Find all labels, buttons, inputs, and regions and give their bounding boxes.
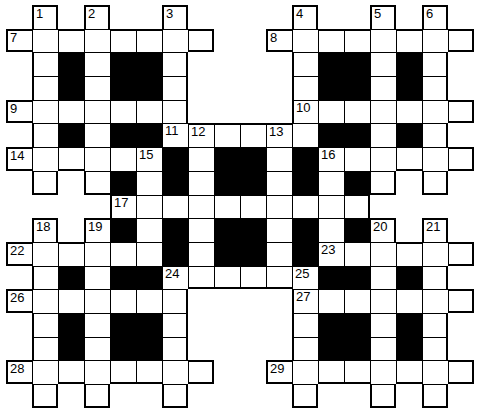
crossword-cell[interactable]: 8 (266, 29, 292, 53)
crossword-cell[interactable] (318, 171, 344, 195)
clue-number: 13 (269, 125, 283, 139)
crossword-cell[interactable] (32, 171, 58, 195)
block-cell (292, 242, 318, 266)
crossword-cell[interactable] (110, 242, 136, 266)
block-cell (240, 218, 266, 242)
crossword-cell[interactable] (188, 147, 214, 171)
crossword-cell[interactable] (58, 100, 84, 124)
block-cell (136, 266, 162, 290)
block-cell (396, 52, 422, 76)
crossword-cell[interactable] (84, 76, 110, 100)
crossword-cell[interactable] (32, 337, 58, 361)
block-cell (136, 76, 162, 100)
crossword-cell[interactable] (162, 384, 188, 408)
crossword-cell[interactable]: 6 (422, 5, 448, 29)
crossword-cell[interactable] (110, 147, 136, 171)
crossword-cell[interactable] (214, 195, 240, 219)
crossword-cell[interactable] (136, 218, 162, 242)
crossword-cell[interactable] (32, 384, 58, 408)
crossword-cell[interactable] (422, 29, 448, 53)
crossword-cell[interactable] (370, 29, 396, 53)
block-cell (344, 52, 370, 76)
crossword-cell[interactable] (32, 76, 58, 100)
crossword-cell[interactable] (136, 289, 162, 313)
crossword-cell[interactable]: 27 (292, 289, 318, 313)
crossword-cell[interactable] (84, 289, 110, 313)
crossword-cell[interactable] (84, 266, 110, 290)
crossword-cell[interactable] (344, 100, 370, 124)
crossword-cell[interactable] (422, 337, 448, 361)
crossword-cell[interactable] (266, 195, 292, 219)
clue-number: 2 (88, 7, 95, 21)
crossword-cell[interactable]: 22 (6, 242, 32, 266)
clue-number: 9 (10, 102, 17, 116)
crossword-cell[interactable] (84, 242, 110, 266)
crossword-cell[interactable] (266, 266, 292, 290)
crossword-cell[interactable] (396, 289, 422, 313)
crossword-cell[interactable] (162, 29, 188, 53)
crossword-cell[interactable] (84, 313, 110, 337)
crossword-cell[interactable] (292, 360, 318, 384)
crossword-cell[interactable] (448, 360, 474, 384)
crossword-cell[interactable] (422, 100, 448, 124)
clue-number: 8 (270, 31, 277, 45)
crossword-cell[interactable] (32, 360, 58, 384)
crossword-cell[interactable] (318, 100, 344, 124)
crossword-cell[interactable] (266, 147, 292, 171)
block-cell (344, 218, 370, 242)
crossword-cell[interactable] (188, 242, 214, 266)
block-cell (344, 123, 370, 147)
crossword-cell[interactable] (214, 266, 240, 290)
crossword-cell[interactable]: 1 (32, 5, 58, 29)
crossword-cell[interactable] (396, 29, 422, 53)
clue-number: 19 (88, 220, 102, 234)
block-cell (110, 171, 136, 195)
clue-number: 26 (10, 291, 24, 305)
crossword-cell[interactable] (136, 360, 162, 384)
clue-number: 6 (426, 7, 433, 21)
clue-number: 17 (114, 196, 128, 210)
crossword-cell[interactable] (214, 123, 240, 147)
crossword-cell[interactable] (318, 218, 344, 242)
clue-number: 28 (10, 362, 24, 376)
crossword-cell[interactable] (84, 100, 110, 124)
block-cell (318, 52, 344, 76)
crossword-cell[interactable] (344, 29, 370, 53)
crossword-cell[interactable] (188, 195, 214, 219)
crossword-cell[interactable] (370, 266, 396, 290)
crossword-cell[interactable] (370, 384, 396, 408)
block-cell (318, 266, 344, 290)
crossword-cell[interactable] (188, 171, 214, 195)
crossword-cell[interactable]: 16 (318, 147, 344, 171)
crossword-cell[interactable] (188, 29, 214, 53)
crossword-cell[interactable]: 5 (370, 5, 396, 29)
crossword-cell[interactable] (370, 171, 396, 195)
clue-number: 7 (10, 31, 17, 45)
crossword-cell[interactable] (318, 289, 344, 313)
clue-number: 24 (165, 267, 179, 281)
crossword-cell[interactable] (370, 52, 396, 76)
block-cell (110, 266, 136, 290)
block-cell (162, 147, 188, 171)
block-cell (162, 171, 188, 195)
crossword-cell[interactable]: 26 (6, 289, 32, 313)
block-cell (396, 266, 422, 290)
crossword-cell[interactable] (136, 100, 162, 124)
crossword-cell[interactable] (422, 360, 448, 384)
crossword-cell[interactable]: 12 (188, 123, 214, 147)
crossword-cell[interactable]: 17 (110, 195, 136, 219)
crossword-cell[interactable] (162, 76, 188, 100)
crossword-cell[interactable] (32, 289, 58, 313)
crossword-cell[interactable] (266, 242, 292, 266)
crossword-cell[interactable] (318, 29, 344, 53)
block-cell (240, 147, 266, 171)
clue-number: 10 (296, 101, 310, 115)
crossword-cell[interactable] (240, 266, 266, 290)
crossword-cell[interactable] (344, 147, 370, 171)
crossword-cell[interactable] (370, 147, 396, 171)
block-cell (110, 218, 136, 242)
crossword-cell[interactable]: 24 (162, 266, 188, 290)
block-cell (396, 76, 422, 100)
block-cell (344, 313, 370, 337)
crossword-cell[interactable] (266, 171, 292, 195)
crossword-cell[interactable] (396, 147, 422, 171)
block-cell (240, 171, 266, 195)
crossword-cell[interactable] (318, 360, 344, 384)
crossword-cell[interactable] (58, 360, 84, 384)
clue-number: 15 (139, 148, 153, 162)
crossword-cell[interactable] (344, 195, 370, 219)
crossword-cell[interactable] (32, 147, 58, 171)
clue-number: 16 (321, 148, 335, 162)
crossword-cell[interactable] (240, 123, 266, 147)
crossword-cell[interactable] (318, 195, 344, 219)
crossword-cell[interactable] (188, 266, 214, 290)
clue-number: 20 (373, 220, 387, 234)
crossword-cell[interactable] (58, 289, 84, 313)
block-cell (136, 337, 162, 361)
crossword-cell[interactable] (422, 289, 448, 313)
crossword-cell[interactable]: 23 (318, 242, 344, 266)
crossword-grid: 1234567891011121314151617181920212223242… (6, 5, 474, 408)
block-cell (58, 52, 84, 76)
crossword-cell[interactable] (58, 29, 84, 53)
crossword-cell[interactable] (370, 289, 396, 313)
crossword-cell[interactable] (396, 100, 422, 124)
crossword-cell[interactable] (448, 242, 474, 266)
crossword-cell[interactable] (84, 29, 110, 53)
crossword-cell[interactable] (422, 123, 448, 147)
block-cell (58, 337, 84, 361)
crossword-cell[interactable] (58, 242, 84, 266)
crossword-cell[interactable] (84, 123, 110, 147)
crossword-cell[interactable] (162, 289, 188, 313)
clue-number: 1 (36, 7, 43, 21)
crossword-cell[interactable] (32, 123, 58, 147)
crossword-cell[interactable] (396, 242, 422, 266)
crossword-cell[interactable] (422, 76, 448, 100)
crossword-cell[interactable]: 14 (6, 147, 32, 171)
crossword-cell[interactable] (422, 384, 448, 408)
crossword-cell[interactable] (162, 52, 188, 76)
crossword-cell[interactable] (266, 218, 292, 242)
crossword-cell[interactable] (370, 123, 396, 147)
crossword-cell[interactable] (110, 29, 136, 53)
crossword-cell[interactable] (32, 266, 58, 290)
clue-number: 4 (296, 7, 303, 21)
crossword-cell[interactable]: 2 (84, 5, 110, 29)
crossword-cell[interactable] (370, 242, 396, 266)
crossword-cell[interactable] (292, 384, 318, 408)
crossword-cell[interactable] (422, 313, 448, 337)
crossword-cell[interactable] (344, 289, 370, 313)
crossword-cell[interactable] (84, 360, 110, 384)
crossword-cell[interactable] (448, 100, 474, 124)
block-cell (110, 76, 136, 100)
crossword-page: 1234567891011121314151617181920212223242… (0, 0, 480, 411)
crossword-cell[interactable] (292, 76, 318, 100)
clue-number: 21 (426, 220, 440, 234)
block-cell (240, 242, 266, 266)
block-cell (292, 218, 318, 242)
crossword-cell[interactable] (188, 218, 214, 242)
crossword-cell[interactable] (136, 242, 162, 266)
crossword-cell[interactable] (370, 337, 396, 361)
crossword-cell[interactable]: 20 (370, 218, 396, 242)
crossword-cell[interactable] (84, 337, 110, 361)
block-cell (344, 171, 370, 195)
block-cell (396, 337, 422, 361)
crossword-cell[interactable] (32, 29, 58, 53)
crossword-cell[interactable] (110, 100, 136, 124)
crossword-cell[interactable] (32, 242, 58, 266)
crossword-cell[interactable] (58, 147, 84, 171)
crossword-cell[interactable]: 29 (266, 360, 292, 384)
crossword-cell[interactable] (292, 52, 318, 76)
block-cell (110, 52, 136, 76)
crossword-cell[interactable]: 15 (136, 147, 162, 171)
clue-number: 11 (165, 124, 179, 138)
crossword-cell[interactable] (448, 29, 474, 53)
block-cell (292, 147, 318, 171)
block-cell (344, 337, 370, 361)
crossword-cell[interactable] (448, 147, 474, 171)
crossword-cell[interactable] (370, 76, 396, 100)
clue-number: 22 (10, 244, 24, 258)
crossword-cell[interactable]: 25 (292, 266, 318, 290)
clue-number: 3 (166, 7, 173, 21)
block-cell (58, 266, 84, 290)
block-cell (292, 171, 318, 195)
crossword-cell[interactable] (162, 195, 188, 219)
block-cell (318, 123, 344, 147)
crossword-cell[interactable] (292, 29, 318, 53)
block-cell (162, 242, 188, 266)
block-cell (214, 171, 240, 195)
crossword-cell[interactable] (396, 360, 422, 384)
clue-number: 29 (270, 362, 284, 376)
crossword-cell[interactable] (136, 171, 162, 195)
crossword-cell[interactable] (344, 242, 370, 266)
crossword-cell[interactable] (422, 147, 448, 171)
block-cell (136, 123, 162, 147)
crossword-cell[interactable] (370, 100, 396, 124)
crossword-cell[interactable]: 4 (292, 5, 318, 29)
crossword-cell[interactable] (32, 313, 58, 337)
crossword-cell[interactable]: 9 (6, 100, 32, 124)
crossword-cell[interactable] (136, 29, 162, 53)
crossword-cell[interactable] (136, 195, 162, 219)
crossword-cell[interactable] (292, 313, 318, 337)
crossword-cell[interactable] (84, 147, 110, 171)
block-cell (110, 313, 136, 337)
crossword-cell[interactable]: 7 (6, 29, 32, 53)
crossword-cell[interactable] (84, 52, 110, 76)
block-cell (136, 52, 162, 76)
block-cell (58, 76, 84, 100)
crossword-cell[interactable]: 19 (84, 218, 110, 242)
crossword-cell[interactable] (422, 242, 448, 266)
clue-number: 27 (296, 290, 310, 304)
block-cell (318, 313, 344, 337)
crossword-cell[interactable] (162, 100, 188, 124)
block-cell (318, 337, 344, 361)
crossword-cell[interactable] (84, 384, 110, 408)
block-cell (344, 76, 370, 100)
block-cell (58, 123, 84, 147)
crossword-cell[interactable]: 3 (162, 5, 188, 29)
block-cell (162, 218, 188, 242)
crossword-cell[interactable]: 11 (162, 123, 188, 147)
crossword-cell[interactable] (110, 360, 136, 384)
block-cell (214, 242, 240, 266)
crossword-cell[interactable]: 18 (32, 218, 58, 242)
clue-number: 18 (36, 220, 50, 234)
crossword-cell[interactable] (162, 313, 188, 337)
crossword-cell[interactable] (240, 195, 266, 219)
crossword-cell[interactable] (370, 313, 396, 337)
crossword-cell[interactable] (344, 360, 370, 384)
crossword-cell[interactable] (110, 289, 136, 313)
crossword-cell[interactable] (162, 337, 188, 361)
crossword-cell[interactable] (292, 123, 318, 147)
block-cell (136, 313, 162, 337)
block-cell (344, 266, 370, 290)
block-cell (110, 337, 136, 361)
clue-number: 12 (191, 125, 205, 139)
crossword-cell[interactable]: 13 (266, 123, 292, 147)
crossword-cell[interactable] (188, 360, 214, 384)
crossword-cell[interactable]: 21 (422, 218, 448, 242)
block-cell (214, 218, 240, 242)
crossword-cell[interactable] (32, 100, 58, 124)
clue-number: 5 (374, 7, 381, 21)
block-cell (318, 76, 344, 100)
block-cell (110, 123, 136, 147)
crossword-cell[interactable]: 10 (292, 100, 318, 124)
clue-number: 25 (295, 267, 309, 281)
block-cell (214, 147, 240, 171)
crossword-cell[interactable] (422, 266, 448, 290)
crossword-cell[interactable] (422, 52, 448, 76)
crossword-cell[interactable]: 28 (6, 360, 32, 384)
clue-number: 14 (10, 149, 24, 163)
block-cell (396, 123, 422, 147)
crossword-cell[interactable] (162, 360, 188, 384)
crossword-cell[interactable] (292, 195, 318, 219)
crossword-cell[interactable] (32, 52, 58, 76)
crossword-cell[interactable] (448, 289, 474, 313)
block-cell (396, 313, 422, 337)
crossword-cell[interactable] (292, 337, 318, 361)
crossword-cell[interactable] (422, 171, 448, 195)
clue-number: 23 (321, 243, 335, 257)
block-cell (58, 313, 84, 337)
crossword-cell[interactable] (370, 360, 396, 384)
crossword-cell[interactable] (84, 171, 110, 195)
